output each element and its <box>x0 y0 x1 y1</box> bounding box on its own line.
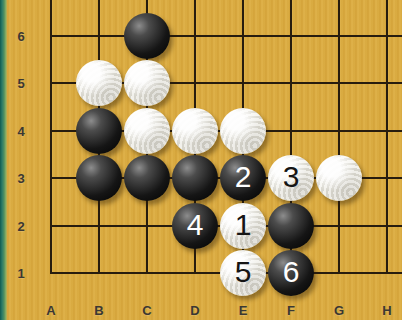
move-number: 3 <box>283 162 300 192</box>
move-number: 6 <box>283 257 300 287</box>
stone-white-G3[interactable] <box>316 155 362 201</box>
stone-black-D2[interactable]: 4 <box>172 203 218 249</box>
stone-black-F2[interactable] <box>268 203 314 249</box>
stone-black-F1[interactable]: 6 <box>268 250 314 296</box>
stone-white-E2[interactable]: 1 <box>220 203 266 249</box>
stone-black-B3[interactable] <box>76 155 122 201</box>
stone-black-C3[interactable] <box>124 155 170 201</box>
stone-white-C5[interactable] <box>124 60 170 106</box>
stone-white-E1[interactable]: 5 <box>220 250 266 296</box>
stone-white-E4[interactable] <box>220 108 266 154</box>
move-number: 1 <box>235 210 252 240</box>
stone-black-D3[interactable] <box>172 155 218 201</box>
move-number: 4 <box>187 210 204 240</box>
stone-black-C6[interactable] <box>124 13 170 59</box>
go-board-diagram: 123456ABCDEFGH 234156 <box>0 0 402 320</box>
stones-layer: 234156 <box>0 0 402 320</box>
stone-white-F3[interactable]: 3 <box>268 155 314 201</box>
stone-black-B4[interactable] <box>76 108 122 154</box>
stone-white-B5[interactable] <box>76 60 122 106</box>
move-number: 5 <box>235 257 252 287</box>
move-number: 2 <box>235 162 252 192</box>
stone-white-C4[interactable] <box>124 108 170 154</box>
stone-white-D4[interactable] <box>172 108 218 154</box>
stone-black-E3[interactable]: 2 <box>220 155 266 201</box>
